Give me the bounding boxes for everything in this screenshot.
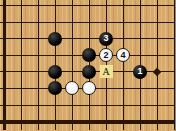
intersection-c3[interactable] bbox=[30, 80, 47, 97]
white-stone-f3 bbox=[82, 81, 96, 95]
intersection-e6[interactable] bbox=[64, 30, 81, 47]
intersection-a4[interactable] bbox=[0, 64, 13, 81]
intersection-h5[interactable]: 4 bbox=[115, 47, 132, 64]
intersection-c8[interactable] bbox=[30, 0, 47, 14]
intersection-h2[interactable] bbox=[115, 97, 132, 114]
intersection-e3[interactable] bbox=[64, 80, 81, 97]
intersection-a5[interactable] bbox=[0, 47, 13, 64]
black-stone-d6 bbox=[48, 32, 62, 46]
intersection-k1[interactable] bbox=[149, 113, 166, 130]
intersection-e8[interactable] bbox=[64, 0, 81, 14]
intersection-k3[interactable] bbox=[149, 80, 166, 97]
intersection-b2[interactable] bbox=[13, 97, 30, 114]
intersection-j5[interactable] bbox=[132, 47, 149, 64]
intersection-l3[interactable] bbox=[166, 80, 176, 97]
intersection-a1[interactable] bbox=[0, 113, 13, 130]
intersection-d7[interactable] bbox=[47, 14, 64, 31]
intersection-k5[interactable] bbox=[149, 47, 166, 64]
intersection-f3[interactable] bbox=[81, 80, 98, 97]
intersection-l1[interactable] bbox=[166, 113, 176, 130]
intersection-d4[interactable] bbox=[47, 64, 64, 81]
intersection-k4[interactable] bbox=[149, 64, 166, 81]
intersection-b7[interactable] bbox=[13, 14, 30, 31]
intersection-b3[interactable] bbox=[13, 80, 30, 97]
intersection-g7[interactable] bbox=[98, 14, 115, 31]
black-stone-f5 bbox=[82, 48, 96, 62]
intersection-g4[interactable]: A bbox=[98, 64, 115, 81]
intersection-d6[interactable] bbox=[47, 30, 64, 47]
intersection-b6[interactable] bbox=[13, 30, 30, 47]
intersection-j7[interactable] bbox=[132, 14, 149, 31]
black-stone-d4 bbox=[48, 65, 62, 79]
intersection-b8[interactable] bbox=[13, 0, 30, 14]
intersection-b5[interactable] bbox=[13, 47, 30, 64]
intersection-f1[interactable] bbox=[81, 113, 98, 130]
board-grid: 324A1 bbox=[0, 0, 175, 130]
intersection-h8[interactable] bbox=[115, 0, 132, 14]
intersection-c7[interactable] bbox=[30, 14, 47, 31]
intersection-c1[interactable] bbox=[30, 113, 47, 130]
intersection-h6[interactable] bbox=[115, 30, 132, 47]
intersection-d2[interactable] bbox=[47, 97, 64, 114]
intersection-l4[interactable] bbox=[166, 64, 176, 81]
intersection-e2[interactable] bbox=[64, 97, 81, 114]
intersection-f7[interactable] bbox=[81, 14, 98, 31]
intersection-l5[interactable] bbox=[166, 47, 176, 64]
point-label-a-g4: A bbox=[100, 65, 113, 78]
intersection-h1[interactable] bbox=[115, 113, 132, 130]
intersection-e7[interactable] bbox=[64, 14, 81, 31]
intersection-d1[interactable] bbox=[47, 113, 64, 130]
intersection-h7[interactable] bbox=[115, 14, 132, 31]
intersection-j1[interactable] bbox=[132, 113, 149, 130]
intersection-b4[interactable] bbox=[13, 64, 30, 81]
intersection-d3[interactable] bbox=[47, 80, 64, 97]
white-stone-e3 bbox=[65, 81, 79, 95]
intersection-a2[interactable] bbox=[0, 97, 13, 114]
intersection-j4[interactable]: 1 bbox=[132, 64, 149, 81]
intersection-f2[interactable] bbox=[81, 97, 98, 114]
intersection-j8[interactable] bbox=[132, 0, 149, 14]
intersection-j2[interactable] bbox=[132, 97, 149, 114]
intersection-g1[interactable] bbox=[98, 113, 115, 130]
white-stone-g5-move-2: 2 bbox=[99, 48, 113, 62]
intersection-f4[interactable] bbox=[81, 64, 98, 81]
intersection-c6[interactable] bbox=[30, 30, 47, 47]
intersection-k8[interactable] bbox=[149, 0, 166, 14]
intersection-l8[interactable] bbox=[166, 0, 176, 14]
black-stone-g6-move-3: 3 bbox=[99, 32, 113, 46]
intersection-k7[interactable] bbox=[149, 14, 166, 31]
intersection-l7[interactable] bbox=[166, 14, 176, 31]
intersection-k2[interactable] bbox=[149, 97, 166, 114]
intersection-b1[interactable] bbox=[13, 113, 30, 130]
intersection-f6[interactable] bbox=[81, 30, 98, 47]
intersection-e5[interactable] bbox=[64, 47, 81, 64]
intersection-a6[interactable] bbox=[0, 30, 13, 47]
intersection-h4[interactable] bbox=[115, 64, 132, 81]
intersection-c5[interactable] bbox=[30, 47, 47, 64]
intersection-a7[interactable] bbox=[0, 14, 13, 31]
intersection-j6[interactable] bbox=[132, 30, 149, 47]
intersection-a3[interactable] bbox=[0, 80, 13, 97]
go-board[interactable]: 324A1 bbox=[0, 0, 175, 131]
intersection-l2[interactable] bbox=[166, 97, 176, 114]
intersection-f8[interactable] bbox=[81, 0, 98, 14]
black-stone-j4-move-1: 1 bbox=[133, 65, 147, 79]
intersection-g8[interactable] bbox=[98, 0, 115, 14]
intersection-d8[interactable] bbox=[47, 0, 64, 14]
intersection-g5[interactable]: 2 bbox=[98, 47, 115, 64]
intersection-g3[interactable] bbox=[98, 80, 115, 97]
intersection-g6[interactable]: 3 bbox=[98, 30, 115, 47]
intersection-l6[interactable] bbox=[166, 30, 176, 47]
star-point-icon-k4 bbox=[153, 68, 161, 76]
intersection-d5[interactable] bbox=[47, 47, 64, 64]
intersection-c2[interactable] bbox=[30, 97, 47, 114]
intersection-j3[interactable] bbox=[132, 80, 149, 97]
intersection-g2[interactable] bbox=[98, 97, 115, 114]
intersection-h3[interactable] bbox=[115, 80, 132, 97]
white-stone-h5-move-4: 4 bbox=[116, 48, 130, 62]
intersection-c4[interactable] bbox=[30, 64, 47, 81]
black-stone-f4 bbox=[82, 65, 96, 79]
black-stone-d3 bbox=[48, 81, 62, 95]
intersection-k6[interactable] bbox=[149, 30, 166, 47]
intersection-e1[interactable] bbox=[64, 113, 81, 130]
intersection-e4[interactable] bbox=[64, 64, 81, 81]
intersection-a8[interactable] bbox=[0, 0, 13, 14]
intersection-f5[interactable] bbox=[81, 47, 98, 64]
